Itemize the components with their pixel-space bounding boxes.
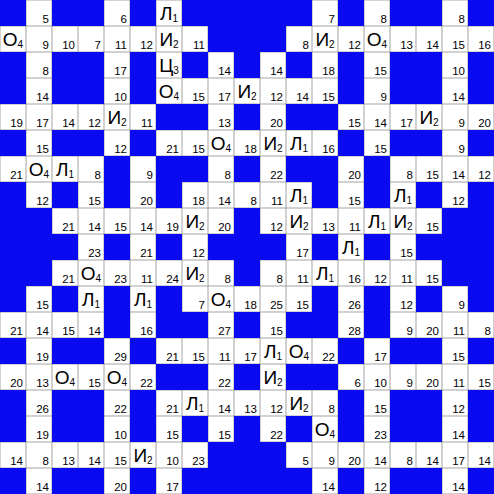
given-letter-cell: О4 bbox=[156, 78, 182, 104]
cell-r2c14[interactable]: 15 bbox=[364, 52, 390, 78]
cell-r9c15[interactable]: 15 bbox=[390, 234, 416, 260]
cell-r17c1[interactable]: 8 bbox=[26, 442, 52, 468]
cell-r13c1[interactable]: 19 bbox=[26, 338, 52, 364]
cell-r10c2[interactable]: 21 bbox=[52, 260, 78, 286]
given-letter-cell: И2 bbox=[286, 390, 312, 416]
cell-number: 12 bbox=[452, 402, 465, 416]
cell-r1c11[interactable]: 8 bbox=[286, 26, 312, 52]
cell-r12c15[interactable]: 9 bbox=[390, 312, 416, 338]
cell-r14c3[interactable]: 15 bbox=[78, 364, 104, 390]
cell-r14c10[interactable]: И2 bbox=[260, 364, 286, 390]
cell-r0c14[interactable]: 8 bbox=[364, 0, 390, 26]
cell-r10c7[interactable]: И2 bbox=[182, 260, 208, 286]
cell-r4c6 bbox=[156, 104, 182, 130]
cell-r18c17[interactable]: 14 bbox=[442, 468, 468, 494]
cell-r10c10[interactable]: 8 bbox=[260, 260, 286, 286]
cell-r0c17[interactable]: 8 bbox=[442, 0, 468, 26]
cell-r6c0[interactable]: 21 bbox=[0, 156, 26, 182]
cell-r11c13[interactable]: 26 bbox=[338, 286, 364, 312]
cell-r7c6 bbox=[156, 182, 182, 208]
cell-number: 17 bbox=[244, 350, 257, 364]
cell-r15c1[interactable]: 26 bbox=[26, 390, 52, 416]
cell-r12c10[interactable]: 15 bbox=[260, 312, 286, 338]
cell-r5c15 bbox=[390, 130, 416, 156]
cell-r1c2[interactable]: 10 bbox=[52, 26, 78, 52]
cell-r11c1[interactable]: 15 bbox=[26, 286, 52, 312]
cell-r0c12[interactable]: 7 bbox=[312, 0, 338, 26]
cell-r7c17[interactable]: 12 bbox=[442, 182, 468, 208]
cell-r5c9[interactable]: 18 bbox=[234, 130, 260, 156]
cell-r9c13[interactable]: Л1 bbox=[338, 234, 364, 260]
given-letter: И bbox=[133, 446, 147, 465]
cell-r8c6[interactable]: 19 bbox=[156, 208, 182, 234]
cell-r17c0[interactable]: 14 bbox=[0, 442, 26, 468]
cell-number: 10 bbox=[452, 64, 465, 78]
cell-r9c7[interactable]: 12 bbox=[182, 234, 208, 260]
cell-r10c5[interactable]: 11 bbox=[130, 260, 156, 286]
cell-r12c2[interactable]: 15 bbox=[52, 312, 78, 338]
cell-r5c11[interactable]: Л1 bbox=[286, 130, 312, 156]
letter-code: 1 bbox=[276, 352, 282, 362]
cell-r1c3[interactable]: 7 bbox=[78, 26, 104, 52]
cell-r12c16[interactable]: 20 bbox=[416, 312, 442, 338]
cell-r11c14 bbox=[364, 286, 390, 312]
cell-r8c12[interactable]: 13 bbox=[312, 208, 338, 234]
cell-r6c13[interactable]: 20 bbox=[338, 156, 364, 182]
cell-number: 22 bbox=[140, 376, 153, 390]
cell-r4c14[interactable]: 14 bbox=[364, 104, 390, 130]
cell-r14c5[interactable]: 22 bbox=[130, 364, 156, 390]
given-letter: И bbox=[393, 212, 407, 231]
cell-r7c15[interactable]: Л1 bbox=[390, 182, 416, 208]
given-letter-cell: Л1 bbox=[364, 208, 390, 234]
given-letter: Л bbox=[290, 186, 302, 205]
cell-r4c11 bbox=[286, 104, 312, 130]
cell-r10c16[interactable]: 15 bbox=[416, 260, 442, 286]
cell-r4c5[interactable]: 11 bbox=[130, 104, 156, 130]
cell-r4c10[interactable]: 20 bbox=[260, 104, 286, 130]
cell-r9c4 bbox=[104, 234, 130, 260]
cell-r9c3[interactable]: 23 bbox=[78, 234, 104, 260]
cell-r15c4[interactable]: 22 bbox=[104, 390, 130, 416]
letter-code: 2 bbox=[199, 274, 205, 284]
cell-number: 22 bbox=[270, 168, 283, 182]
cell-r13c10[interactable]: Л1 bbox=[260, 338, 286, 364]
cell-r14c8[interactable]: 22 bbox=[208, 364, 234, 390]
cell-r6c15[interactable]: 8 bbox=[390, 156, 416, 182]
cell-r18c11 bbox=[286, 468, 312, 494]
cell-r11c17[interactable]: 9 bbox=[442, 286, 468, 312]
cell-r3c4[interactable]: 10 bbox=[104, 78, 130, 104]
cell-r5c6[interactable]: 21 bbox=[156, 130, 182, 156]
cell-r13c7[interactable]: 15 bbox=[182, 338, 208, 364]
cell-r17c10 bbox=[260, 442, 286, 468]
letter-code: 4 bbox=[18, 40, 24, 50]
cell-r14c13[interactable]: 6 bbox=[338, 364, 364, 390]
cell-r8c4[interactable]: 15 bbox=[104, 208, 130, 234]
cell-r16c4[interactable]: 10 bbox=[104, 416, 130, 442]
cell-r17c15[interactable]: 8 bbox=[390, 442, 416, 468]
cell-number: 17 bbox=[218, 90, 231, 104]
cell-r4c7 bbox=[182, 104, 208, 130]
cell-r17c16[interactable]: 14 bbox=[416, 442, 442, 468]
cell-r2c8[interactable]: 14 bbox=[208, 52, 234, 78]
cell-r4c16[interactable]: И2 bbox=[416, 104, 442, 130]
cell-r18c15 bbox=[390, 468, 416, 494]
cell-r10c8[interactable]: 8 bbox=[208, 260, 234, 286]
cell-r5c17[interactable]: 9 bbox=[442, 130, 468, 156]
cell-r1c4[interactable]: 11 bbox=[104, 26, 130, 52]
cell-r2c12[interactable]: 18 bbox=[312, 52, 338, 78]
cell-number: 6 bbox=[121, 12, 127, 26]
cell-number: 8 bbox=[43, 64, 49, 78]
cell-r11c9[interactable]: 18 bbox=[234, 286, 260, 312]
cell-r5c0 bbox=[0, 130, 26, 156]
given-letter: Л bbox=[56, 160, 68, 179]
cell-r1c13[interactable]: 12 bbox=[338, 26, 364, 52]
cell-number: 12 bbox=[114, 142, 127, 156]
cell-number: 16 bbox=[348, 272, 361, 286]
cell-r6c5[interactable]: 9 bbox=[130, 156, 156, 182]
cell-r12c18[interactable]: 8 bbox=[468, 312, 494, 338]
cell-r8c10[interactable]: 12 bbox=[260, 208, 286, 234]
cell-r15c6[interactable]: 21 bbox=[156, 390, 182, 416]
cell-r16c8[interactable]: 15 bbox=[208, 416, 234, 442]
cell-number: 14 bbox=[88, 220, 101, 234]
cell-r6c11 bbox=[286, 156, 312, 182]
cell-number: 22 bbox=[218, 376, 231, 390]
cell-number: 15 bbox=[88, 194, 101, 208]
cell-r14c11 bbox=[286, 364, 312, 390]
cell-r5c8[interactable]: О4 bbox=[208, 130, 234, 156]
cell-r4c2[interactable]: 14 bbox=[52, 104, 78, 130]
cell-r7c11[interactable]: Л1 bbox=[286, 182, 312, 208]
cell-r10c11[interactable]: 11 bbox=[286, 260, 312, 286]
cell-r8c5[interactable]: 14 bbox=[130, 208, 156, 234]
given-letter: И bbox=[185, 264, 199, 283]
cell-r3c7[interactable]: 15 bbox=[182, 78, 208, 104]
cell-r5c4[interactable]: 12 bbox=[104, 130, 130, 156]
cell-r3c11[interactable]: 14 bbox=[286, 78, 312, 104]
cell-r1c14[interactable]: О4 bbox=[364, 26, 390, 52]
cell-r6c3[interactable]: 8 bbox=[78, 156, 104, 182]
cell-r10c13[interactable]: 16 bbox=[338, 260, 364, 286]
cell-r3c17[interactable]: 14 bbox=[442, 78, 468, 104]
cell-r14c2[interactable]: О4 bbox=[52, 364, 78, 390]
cell-r11c15[interactable]: 12 bbox=[390, 286, 416, 312]
cell-r1c0[interactable]: О4 bbox=[0, 26, 26, 52]
given-letter-cell: Л1 bbox=[390, 182, 416, 208]
cell-r11c2 bbox=[52, 286, 78, 312]
cell-r7c10[interactable]: 11 bbox=[260, 182, 286, 208]
cell-r9c5[interactable]: 21 bbox=[130, 234, 156, 260]
cell-r0c6[interactable]: Л1 bbox=[156, 0, 182, 26]
cell-r1c6[interactable]: И2 bbox=[156, 26, 182, 52]
cell-r4c4[interactable]: И2 bbox=[104, 104, 130, 130]
cell-r10c3[interactable]: О4 bbox=[78, 260, 104, 286]
cell-r6c8[interactable]: 8 bbox=[208, 156, 234, 182]
cell-r8c16[interactable]: 15 bbox=[416, 208, 442, 234]
cell-r8c15[interactable]: И2 bbox=[390, 208, 416, 234]
cell-r1c15[interactable]: 13 bbox=[390, 26, 416, 52]
cell-number: 16 bbox=[140, 324, 153, 338]
cell-number: 19 bbox=[166, 220, 179, 234]
cell-r17c14[interactable]: 14 bbox=[364, 442, 390, 468]
cell-r4c15[interactable]: 17 bbox=[390, 104, 416, 130]
cell-r11c3[interactable]: Л1 bbox=[78, 286, 104, 312]
cell-r6c2[interactable]: Л1 bbox=[52, 156, 78, 182]
cell-r13c14[interactable]: 17 bbox=[364, 338, 390, 364]
given-letter: И bbox=[237, 82, 251, 101]
given-letter-cell: О4 bbox=[78, 260, 104, 286]
cell-r14c4[interactable]: О4 bbox=[104, 364, 130, 390]
cell-r2c3 bbox=[78, 52, 104, 78]
cell-number: 14 bbox=[322, 480, 335, 494]
cell-r1c18[interactable]: 16 bbox=[468, 26, 494, 52]
cell-r12c13[interactable]: 28 bbox=[338, 312, 364, 338]
cell-r17c2[interactable]: 13 bbox=[52, 442, 78, 468]
cell-r5c14[interactable]: 15 bbox=[364, 130, 390, 156]
cell-r17c7[interactable]: 23 bbox=[182, 442, 208, 468]
cell-r1c16[interactable]: 14 bbox=[416, 26, 442, 52]
cell-r10c6[interactable]: 24 bbox=[156, 260, 182, 286]
cell-r11c5[interactable]: Л1 bbox=[130, 286, 156, 312]
cell-r17c4[interactable]: 15 bbox=[104, 442, 130, 468]
cell-r8c14[interactable]: Л1 bbox=[364, 208, 390, 234]
cell-r6c18[interactable]: 12 bbox=[468, 156, 494, 182]
cell-r17c17[interactable]: 17 bbox=[442, 442, 468, 468]
cell-r11c11[interactable]: 15 bbox=[286, 286, 312, 312]
cell-r7c9[interactable]: 8 bbox=[234, 182, 260, 208]
cell-r15c8[interactable]: 14 bbox=[208, 390, 234, 416]
cell-r3c6[interactable]: О4 bbox=[156, 78, 182, 104]
cell-r0c1[interactable]: 5 bbox=[26, 0, 52, 26]
cell-r7c13[interactable]: 15 bbox=[338, 182, 364, 208]
cell-r15c10[interactable]: 12 bbox=[260, 390, 286, 416]
cell-number: 27 bbox=[218, 324, 231, 338]
cell-r8c11[interactable]: И2 bbox=[286, 208, 312, 234]
cell-r3c12[interactable]: 15 bbox=[312, 78, 338, 104]
cell-r7c7[interactable]: 18 bbox=[182, 182, 208, 208]
cell-r5c12[interactable]: 16 bbox=[312, 130, 338, 156]
cell-r16c13 bbox=[338, 416, 364, 442]
cell-r3c9[interactable]: И2 bbox=[234, 78, 260, 104]
cell-r17c5[interactable]: И2 bbox=[130, 442, 156, 468]
cell-r2c1[interactable]: 8 bbox=[26, 52, 52, 78]
cell-r12c0[interactable]: 21 bbox=[0, 312, 26, 338]
given-letter: О bbox=[81, 264, 96, 283]
cell-number: 11 bbox=[141, 116, 153, 130]
cell-r12c1[interactable]: 14 bbox=[26, 312, 52, 338]
cell-r15c2 bbox=[52, 390, 78, 416]
cell-r13c15 bbox=[390, 338, 416, 364]
cell-r1c1[interactable]: 9 bbox=[26, 26, 52, 52]
cell-r4c0[interactable]: 19 bbox=[0, 104, 26, 130]
cell-r7c1[interactable]: 12 bbox=[26, 182, 52, 208]
cell-r1c12[interactable]: И2 bbox=[312, 26, 338, 52]
cell-r18c4[interactable]: 20 bbox=[104, 468, 130, 494]
letter-code: 4 bbox=[226, 300, 232, 310]
cell-r15c17[interactable]: 12 bbox=[442, 390, 468, 416]
cell-r4c3[interactable]: 12 bbox=[78, 104, 104, 130]
cell-r2c10[interactable]: 14 bbox=[260, 52, 286, 78]
cell-r7c3[interactable]: 15 bbox=[78, 182, 104, 208]
cell-r14c15[interactable]: 9 bbox=[390, 364, 416, 390]
cell-r1c17[interactable]: 15 bbox=[442, 26, 468, 52]
cell-number: 8 bbox=[95, 168, 101, 182]
cell-r4c17[interactable]: 9 bbox=[442, 104, 468, 130]
cell-r15c12[interactable]: 8 bbox=[312, 390, 338, 416]
cell-number: 6 bbox=[355, 376, 361, 390]
cell-r1c7[interactable]: 11 bbox=[182, 26, 208, 52]
cell-r12c5[interactable]: 16 bbox=[130, 312, 156, 338]
cell-r14c1[interactable]: 13 bbox=[26, 364, 52, 390]
cell-r0c10 bbox=[260, 0, 286, 26]
cell-r4c18[interactable]: 20 bbox=[468, 104, 494, 130]
cell-r13c8[interactable]: 11 bbox=[208, 338, 234, 364]
cell-r5c7[interactable]: 15 bbox=[182, 130, 208, 156]
cell-r18c6[interactable]: 17 bbox=[156, 468, 182, 494]
cell-number: 21 bbox=[10, 324, 23, 338]
cell-r10c9 bbox=[234, 260, 260, 286]
cell-r5c18 bbox=[468, 130, 494, 156]
cell-r17c3[interactable]: 14 bbox=[78, 442, 104, 468]
cell-r7c8[interactable]: 14 bbox=[208, 182, 234, 208]
cell-r8c9 bbox=[234, 208, 260, 234]
cell-r0c4[interactable]: 6 bbox=[104, 0, 130, 26]
cell-r15c11[interactable]: И2 bbox=[286, 390, 312, 416]
cell-r9c11[interactable]: 17 bbox=[286, 234, 312, 260]
cell-r5c10[interactable]: И2 bbox=[260, 130, 286, 156]
cell-r16c10[interactable]: 22 bbox=[260, 416, 286, 442]
cell-r17c13[interactable]: 20 bbox=[338, 442, 364, 468]
cell-r13c12[interactable]: 22 bbox=[312, 338, 338, 364]
cell-number: 14 bbox=[452, 480, 465, 494]
cell-r13c9[interactable]: 17 bbox=[234, 338, 260, 364]
cell-r12c3[interactable]: 14 bbox=[78, 312, 104, 338]
cell-r1c8 bbox=[208, 26, 234, 52]
cell-r15c9[interactable]: 13 bbox=[234, 390, 260, 416]
cell-r10c12[interactable]: Л1 bbox=[312, 260, 338, 286]
cell-r16c1[interactable]: 19 bbox=[26, 416, 52, 442]
cell-r18c14[interactable]: 12 bbox=[364, 468, 390, 494]
cell-r8c7[interactable]: И2 bbox=[182, 208, 208, 234]
cell-r8c2[interactable]: 21 bbox=[52, 208, 78, 234]
given-letter: И bbox=[263, 134, 277, 153]
cell-r5c5 bbox=[130, 130, 156, 156]
cell-r14c0[interactable]: 20 bbox=[0, 364, 26, 390]
cell-r6c1[interactable]: О4 bbox=[26, 156, 52, 182]
cell-r3c1[interactable]: 14 bbox=[26, 78, 52, 104]
cell-r3c8[interactable]: 17 bbox=[208, 78, 234, 104]
cell-r16c12[interactable]: О4 bbox=[312, 416, 338, 442]
cell-r13c6[interactable]: 21 bbox=[156, 338, 182, 364]
cell-r12c8[interactable]: 27 bbox=[208, 312, 234, 338]
cell-r4c1[interactable]: 17 bbox=[26, 104, 52, 130]
cell-r12c17[interactable]: 11 bbox=[442, 312, 468, 338]
cell-r2c9 bbox=[234, 52, 260, 78]
cell-r8c3[interactable]: 14 bbox=[78, 208, 104, 234]
cell-r14c7 bbox=[182, 364, 208, 390]
cell-r10c4[interactable]: 23 bbox=[104, 260, 130, 286]
cell-r8c8[interactable]: 20 bbox=[208, 208, 234, 234]
cell-r2c17[interactable]: 10 bbox=[442, 52, 468, 78]
cell-r2c4[interactable]: 17 bbox=[104, 52, 130, 78]
cell-r6c17[interactable]: 14 bbox=[442, 156, 468, 182]
cell-number: 20 bbox=[114, 480, 127, 494]
cell-number: 11 bbox=[297, 272, 309, 286]
letter-code: 2 bbox=[303, 404, 309, 414]
cell-r18c13 bbox=[338, 468, 364, 494]
letter-code: 4 bbox=[174, 92, 180, 102]
cell-r17c6[interactable]: 10 bbox=[156, 442, 182, 468]
cell-r1c5[interactable]: 12 bbox=[130, 26, 156, 52]
cell-r10c14[interactable]: 12 bbox=[364, 260, 390, 286]
given-letter-cell: Л1 bbox=[260, 338, 286, 364]
given-letter-cell: О4 bbox=[0, 26, 26, 52]
cell-r18c12[interactable]: 14 bbox=[312, 468, 338, 494]
cell-r10c15[interactable]: 11 bbox=[390, 260, 416, 286]
cell-r6c10[interactable]: 22 bbox=[260, 156, 286, 182]
cell-r11c7[interactable]: 7 bbox=[182, 286, 208, 312]
cell-r11c6 bbox=[156, 286, 182, 312]
cell-r17c18[interactable]: 14 bbox=[468, 442, 494, 468]
cell-r2c6[interactable]: Ц3 bbox=[156, 52, 182, 78]
cell-r18c1[interactable]: 14 bbox=[26, 468, 52, 494]
cell-r13c4[interactable]: 29 bbox=[104, 338, 130, 364]
cell-number: 12 bbox=[400, 298, 413, 312]
letter-code: 2 bbox=[251, 92, 257, 102]
cell-r14c14[interactable]: 10 bbox=[364, 364, 390, 390]
cell-r15c7[interactable]: Л1 bbox=[182, 390, 208, 416]
cell-r14c16[interactable]: 20 bbox=[416, 364, 442, 390]
cell-r18c10 bbox=[260, 468, 286, 494]
cell-r13c11[interactable]: О4 bbox=[286, 338, 312, 364]
cell-r9c1 bbox=[26, 234, 52, 260]
cell-r16c17[interactable]: 14 bbox=[442, 416, 468, 442]
cell-number: 15 bbox=[192, 350, 205, 364]
given-letter: И bbox=[185, 212, 199, 231]
cell-number: 12 bbox=[270, 220, 283, 234]
cell-r15c14[interactable]: 15 bbox=[364, 390, 390, 416]
cell-r14c18[interactable]: 15 bbox=[468, 364, 494, 390]
cell-r16c14[interactable]: 23 bbox=[364, 416, 390, 442]
given-letter: Л bbox=[342, 238, 354, 257]
cell-r7c5[interactable]: 20 bbox=[130, 182, 156, 208]
cell-r2c0 bbox=[0, 52, 26, 78]
cell-r8c13[interactable]: 11 bbox=[338, 208, 364, 234]
cell-r11c8[interactable]: О4 bbox=[208, 286, 234, 312]
cell-r11c10[interactable]: 25 bbox=[260, 286, 286, 312]
cell-r14c17[interactable]: 11 bbox=[442, 364, 468, 390]
cell-r4c13[interactable]: 15 bbox=[338, 104, 364, 130]
cell-r16c2 bbox=[52, 416, 78, 442]
given-letter-cell: О4 bbox=[208, 286, 234, 312]
cell-r17c12[interactable]: 9 bbox=[312, 442, 338, 468]
cell-r3c10[interactable]: 12 bbox=[260, 78, 286, 104]
cell-r17c11[interactable]: 5 bbox=[286, 442, 312, 468]
cell-r3c14[interactable]: 9 bbox=[364, 78, 390, 104]
cell-r9c6 bbox=[156, 234, 182, 260]
cell-r13c13 bbox=[338, 338, 364, 364]
cell-r5c1[interactable]: 15 bbox=[26, 130, 52, 156]
cell-r2c13 bbox=[338, 52, 364, 78]
cell-r16c6[interactable]: 15 bbox=[156, 416, 182, 442]
cell-number: 15 bbox=[192, 90, 205, 104]
cell-r4c8[interactable]: 13 bbox=[208, 104, 234, 130]
cell-r6c16[interactable]: 15 bbox=[416, 156, 442, 182]
cell-r13c17[interactable]: 15 bbox=[442, 338, 468, 364]
